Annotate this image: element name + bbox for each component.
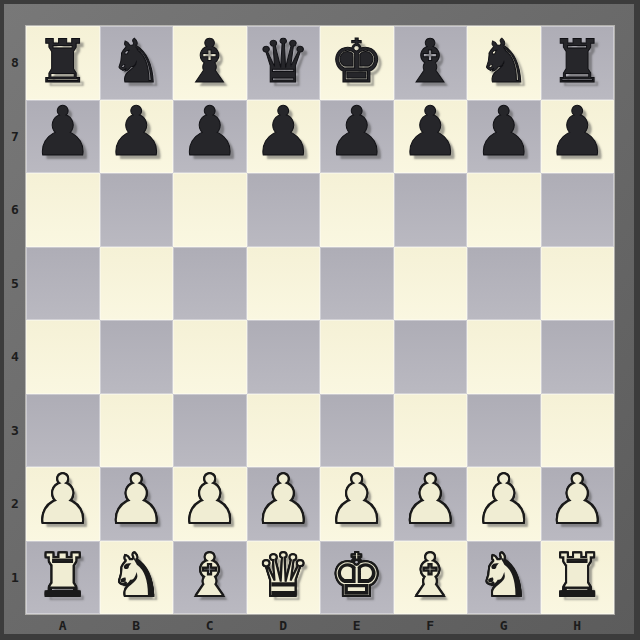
piece-white-pawn[interactable]: ♟ bbox=[326, 466, 387, 534]
square-f3[interactable] bbox=[394, 394, 468, 468]
file-label-a: A bbox=[26, 614, 100, 636]
file-label-e: E bbox=[320, 614, 394, 636]
square-h7[interactable]: ♟ bbox=[541, 100, 615, 174]
square-g7[interactable]: ♟ bbox=[467, 100, 541, 174]
piece-black-rook[interactable]: ♜ bbox=[36, 31, 90, 91]
square-g3[interactable] bbox=[467, 394, 541, 468]
square-c8[interactable]: ♝ bbox=[173, 26, 247, 100]
file-labels: ABCDEFGH bbox=[26, 614, 614, 636]
board-window: 87654321 ♜♞♝♛♚♝♞♜♟♟♟♟♟♟♟♟♟♟♟♟♟♟♟♟♜♞♝♛♚♝♞… bbox=[0, 0, 640, 640]
square-f1[interactable]: ♝ bbox=[394, 541, 468, 615]
square-g1[interactable]: ♞ bbox=[467, 541, 541, 615]
rank-label-6: 6 bbox=[4, 173, 26, 247]
square-f6[interactable] bbox=[394, 173, 468, 247]
square-e4[interactable] bbox=[320, 320, 394, 394]
square-d1[interactable]: ♛ bbox=[247, 541, 321, 615]
square-e6[interactable] bbox=[320, 173, 394, 247]
square-f2[interactable]: ♟ bbox=[394, 467, 468, 541]
piece-black-pawn[interactable]: ♟ bbox=[473, 98, 534, 166]
file-label-f: F bbox=[394, 614, 468, 636]
piece-white-pawn[interactable]: ♟ bbox=[106, 466, 167, 534]
square-c4[interactable] bbox=[173, 320, 247, 394]
piece-black-pawn[interactable]: ♟ bbox=[326, 98, 387, 166]
square-c5[interactable] bbox=[173, 247, 247, 321]
square-a1[interactable]: ♜ bbox=[26, 541, 100, 615]
piece-black-knight[interactable]: ♞ bbox=[477, 31, 531, 91]
piece-white-rook[interactable]: ♜ bbox=[36, 545, 90, 605]
square-a8[interactable]: ♜ bbox=[26, 26, 100, 100]
piece-white-pawn[interactable]: ♟ bbox=[253, 466, 314, 534]
file-label-h: H bbox=[541, 614, 615, 636]
square-f7[interactable]: ♟ bbox=[394, 100, 468, 174]
square-b5[interactable] bbox=[100, 247, 174, 321]
chess-board[interactable]: ♜♞♝♛♚♝♞♜♟♟♟♟♟♟♟♟♟♟♟♟♟♟♟♟♜♞♝♛♚♝♞♜ bbox=[26, 26, 614, 614]
piece-black-king[interactable]: ♚ bbox=[330, 31, 384, 91]
piece-white-queen[interactable]: ♛ bbox=[256, 545, 310, 605]
square-g6[interactable] bbox=[467, 173, 541, 247]
square-h6[interactable] bbox=[541, 173, 615, 247]
square-c6[interactable] bbox=[173, 173, 247, 247]
square-d2[interactable]: ♟ bbox=[247, 467, 321, 541]
square-h8[interactable]: ♜ bbox=[541, 26, 615, 100]
piece-black-pawn[interactable]: ♟ bbox=[547, 98, 608, 166]
square-c3[interactable] bbox=[173, 394, 247, 468]
square-c1[interactable]: ♝ bbox=[173, 541, 247, 615]
piece-white-bishop[interactable]: ♝ bbox=[183, 545, 237, 605]
rank-label-2: 2 bbox=[4, 467, 26, 541]
square-a3[interactable] bbox=[26, 394, 100, 468]
file-label-b: B bbox=[100, 614, 174, 636]
square-d7[interactable]: ♟ bbox=[247, 100, 321, 174]
piece-black-bishop[interactable]: ♝ bbox=[183, 31, 237, 91]
square-a6[interactable] bbox=[26, 173, 100, 247]
piece-black-pawn[interactable]: ♟ bbox=[179, 98, 240, 166]
piece-white-king[interactable]: ♚ bbox=[330, 545, 384, 605]
piece-white-knight[interactable]: ♞ bbox=[109, 545, 163, 605]
square-e3[interactable] bbox=[320, 394, 394, 468]
piece-white-knight[interactable]: ♞ bbox=[477, 545, 531, 605]
square-g5[interactable] bbox=[467, 247, 541, 321]
file-label-g: G bbox=[467, 614, 541, 636]
square-b7[interactable]: ♟ bbox=[100, 100, 174, 174]
piece-black-knight[interactable]: ♞ bbox=[109, 31, 163, 91]
square-e5[interactable] bbox=[320, 247, 394, 321]
piece-white-pawn[interactable]: ♟ bbox=[547, 466, 608, 534]
file-label-c: C bbox=[173, 614, 247, 636]
square-f8[interactable]: ♝ bbox=[394, 26, 468, 100]
square-b4[interactable] bbox=[100, 320, 174, 394]
square-c7[interactable]: ♟ bbox=[173, 100, 247, 174]
square-a7[interactable]: ♟ bbox=[26, 100, 100, 174]
square-e7[interactable]: ♟ bbox=[320, 100, 394, 174]
square-a5[interactable] bbox=[26, 247, 100, 321]
piece-white-pawn[interactable]: ♟ bbox=[179, 466, 240, 534]
square-e1[interactable]: ♚ bbox=[320, 541, 394, 615]
square-c2[interactable]: ♟ bbox=[173, 467, 247, 541]
square-b1[interactable]: ♞ bbox=[100, 541, 174, 615]
square-e2[interactable]: ♟ bbox=[320, 467, 394, 541]
square-h1[interactable]: ♜ bbox=[541, 541, 615, 615]
square-h4[interactable] bbox=[541, 320, 615, 394]
piece-black-pawn[interactable]: ♟ bbox=[253, 98, 314, 166]
square-e8[interactable]: ♚ bbox=[320, 26, 394, 100]
square-d5[interactable] bbox=[247, 247, 321, 321]
rank-label-7: 7 bbox=[4, 100, 26, 174]
square-f5[interactable] bbox=[394, 247, 468, 321]
square-b6[interactable] bbox=[100, 173, 174, 247]
rank-label-4: 4 bbox=[4, 320, 26, 394]
rank-label-8: 8 bbox=[4, 26, 26, 100]
square-g8[interactable]: ♞ bbox=[467, 26, 541, 100]
square-b3[interactable] bbox=[100, 394, 174, 468]
square-g4[interactable] bbox=[467, 320, 541, 394]
rank-labels: 87654321 bbox=[4, 26, 26, 614]
piece-white-pawn[interactable]: ♟ bbox=[400, 466, 461, 534]
piece-black-pawn[interactable]: ♟ bbox=[400, 98, 461, 166]
board-frame: 87654321 ♜♞♝♛♚♝♞♜♟♟♟♟♟♟♟♟♟♟♟♟♟♟♟♟♜♞♝♛♚♝♞… bbox=[4, 4, 634, 634]
square-h3[interactable] bbox=[541, 394, 615, 468]
piece-white-pawn[interactable]: ♟ bbox=[473, 466, 534, 534]
piece-black-pawn[interactable]: ♟ bbox=[32, 98, 93, 166]
rank-label-5: 5 bbox=[4, 247, 26, 321]
piece-black-bishop[interactable]: ♝ bbox=[403, 31, 457, 91]
piece-black-queen[interactable]: ♛ bbox=[256, 31, 310, 91]
square-g2[interactable]: ♟ bbox=[467, 467, 541, 541]
square-b8[interactable]: ♞ bbox=[100, 26, 174, 100]
square-a2[interactable]: ♟ bbox=[26, 467, 100, 541]
piece-white-rook[interactable]: ♜ bbox=[550, 545, 604, 605]
square-b2[interactable]: ♟ bbox=[100, 467, 174, 541]
square-d8[interactable]: ♛ bbox=[247, 26, 321, 100]
piece-white-pawn[interactable]: ♟ bbox=[32, 466, 93, 534]
square-h5[interactable] bbox=[541, 247, 615, 321]
square-d3[interactable] bbox=[247, 394, 321, 468]
rank-label-1: 1 bbox=[4, 541, 26, 615]
square-f4[interactable] bbox=[394, 320, 468, 394]
rank-label-3: 3 bbox=[4, 394, 26, 468]
piece-black-rook[interactable]: ♜ bbox=[550, 31, 604, 91]
square-a4[interactable] bbox=[26, 320, 100, 394]
square-d6[interactable] bbox=[247, 173, 321, 247]
square-h2[interactable]: ♟ bbox=[541, 467, 615, 541]
piece-black-pawn[interactable]: ♟ bbox=[106, 98, 167, 166]
piece-white-bishop[interactable]: ♝ bbox=[403, 545, 457, 605]
square-d4[interactable] bbox=[247, 320, 321, 394]
file-label-d: D bbox=[247, 614, 321, 636]
